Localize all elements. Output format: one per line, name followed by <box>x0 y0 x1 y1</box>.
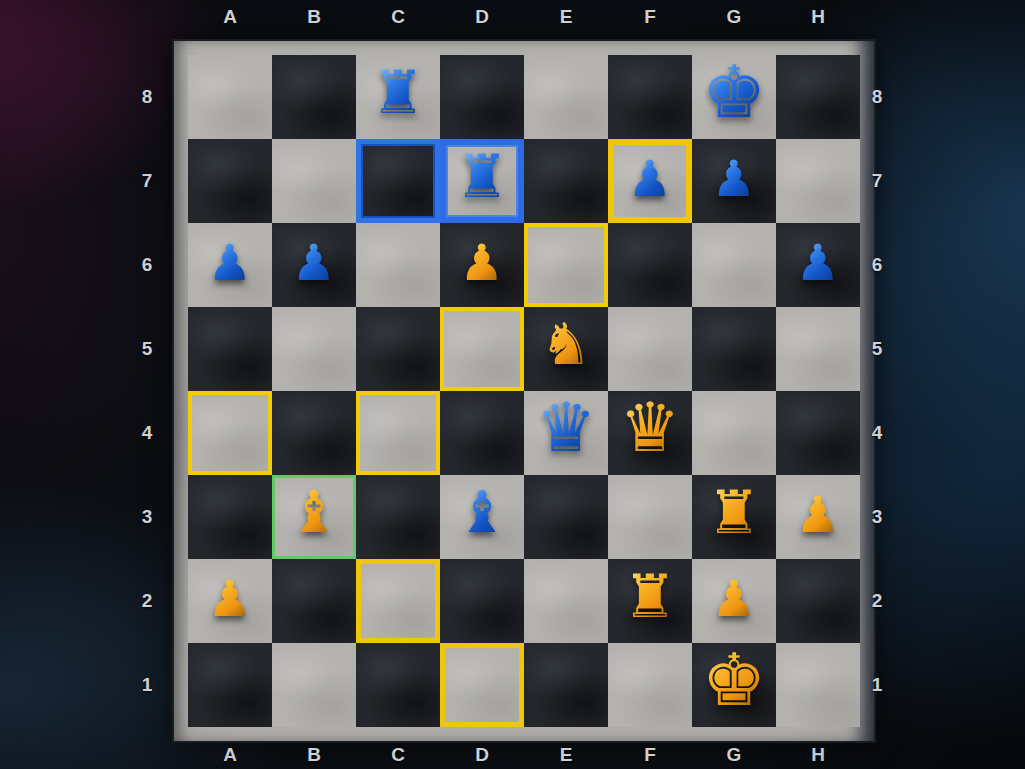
square-a2[interactable]: ♟ <box>188 559 272 643</box>
square-h6[interactable]: ♟ <box>776 223 860 307</box>
piece-blue-pawn[interactable]: ♟ <box>292 238 337 288</box>
square-h8[interactable] <box>776 55 860 139</box>
square-d7[interactable]: ♜ <box>440 139 524 223</box>
square-c5[interactable] <box>356 307 440 391</box>
piece-gold-pawn[interactable]: ♟ <box>796 490 841 540</box>
square-a6[interactable]: ♟ <box>188 223 272 307</box>
square-c1[interactable] <box>356 643 440 727</box>
square-f6[interactable] <box>608 223 692 307</box>
square-f3[interactable] <box>608 475 692 559</box>
file-label-h: H <box>776 2 860 32</box>
square-f1[interactable] <box>608 643 692 727</box>
square-a4[interactable] <box>188 391 272 475</box>
square-e6[interactable] <box>524 223 608 307</box>
rank-label-5: 5 <box>132 307 162 391</box>
file-label-e: E <box>524 742 608 768</box>
square-g7[interactable]: ♟ <box>692 139 776 223</box>
rank-label-7: 7 <box>132 139 162 223</box>
square-c7[interactable] <box>356 139 440 223</box>
square-e5[interactable]: ♞ <box>524 307 608 391</box>
square-f4[interactable]: ♛ <box>608 391 692 475</box>
piece-gold-king[interactable]: ♚ <box>702 644 767 716</box>
file-label-g: G <box>692 742 776 768</box>
square-g3[interactable]: ♜ <box>692 475 776 559</box>
piece-blue-rook[interactable]: ♜ <box>455 146 509 206</box>
square-c8[interactable]: ♜ <box>356 55 440 139</box>
square-e7[interactable] <box>524 139 608 223</box>
file-label-g: G <box>692 2 776 32</box>
square-b7[interactable] <box>272 139 356 223</box>
square-b3[interactable]: ♝ <box>272 475 356 559</box>
file-label-b: B <box>272 2 356 32</box>
square-g6[interactable] <box>692 223 776 307</box>
piece-gold-pawn[interactable]: ♟ <box>712 574 757 624</box>
chess-board-frame: ♜♚♜♟♟♟♟♟♟♞♛♛♝♝♜♟♟♜♟♚ <box>174 41 874 741</box>
square-e4[interactable]: ♛ <box>524 391 608 475</box>
piece-blue-bishop[interactable]: ♝ <box>456 483 508 541</box>
square-g4[interactable] <box>692 391 776 475</box>
square-d2[interactable] <box>440 559 524 643</box>
file-label-d: D <box>440 742 524 768</box>
square-g5[interactable] <box>692 307 776 391</box>
square-g1[interactable]: ♚ <box>692 643 776 727</box>
rank-label-1: 1 <box>132 643 162 727</box>
square-h5[interactable] <box>776 307 860 391</box>
square-e1[interactable] <box>524 643 608 727</box>
file-label-c: C <box>356 2 440 32</box>
piece-gold-bishop[interactable]: ♝ <box>288 483 340 541</box>
square-c4[interactable] <box>356 391 440 475</box>
file-label-f: F <box>608 2 692 32</box>
piece-gold-queen[interactable]: ♛ <box>620 394 681 462</box>
rank-label-6: 6 <box>132 223 162 307</box>
file-label-a: A <box>188 742 272 768</box>
file-label-a: A <box>188 2 272 32</box>
square-h2[interactable] <box>776 559 860 643</box>
file-labels-top: ABCDEFGH <box>188 2 860 32</box>
square-b4[interactable] <box>272 391 356 475</box>
piece-gold-pawn[interactable]: ♟ <box>208 574 253 624</box>
square-a7[interactable] <box>188 139 272 223</box>
square-h3[interactable]: ♟ <box>776 475 860 559</box>
file-label-h: H <box>776 742 860 768</box>
square-f7[interactable]: ♟ <box>608 139 692 223</box>
square-c3[interactable] <box>356 475 440 559</box>
piece-gold-knight[interactable]: ♞ <box>540 315 592 373</box>
square-h1[interactable] <box>776 643 860 727</box>
square-d8[interactable] <box>440 55 524 139</box>
square-a8[interactable] <box>188 55 272 139</box>
rank-label-3: 3 <box>132 475 162 559</box>
file-label-e: E <box>524 2 608 32</box>
piece-blue-rook[interactable]: ♜ <box>371 62 425 122</box>
file-label-f: F <box>608 742 692 768</box>
rank-label-4: 4 <box>132 391 162 475</box>
chess-board: ♜♚♜♟♟♟♟♟♟♞♛♛♝♝♜♟♟♜♟♚ <box>188 55 860 727</box>
piece-blue-pawn[interactable]: ♟ <box>208 238 253 288</box>
square-d4[interactable] <box>440 391 524 475</box>
square-a1[interactable] <box>188 643 272 727</box>
square-c2[interactable] <box>356 559 440 643</box>
piece-blue-pawn[interactable]: ♟ <box>796 238 841 288</box>
square-b8[interactable] <box>272 55 356 139</box>
square-f2[interactable]: ♜ <box>608 559 692 643</box>
square-h4[interactable] <box>776 391 860 475</box>
rank-label-2: 2 <box>132 559 162 643</box>
piece-blue-pawn[interactable]: ♟ <box>712 154 757 204</box>
square-c6[interactable] <box>356 223 440 307</box>
rank-labels-left: 87654321 <box>132 55 162 727</box>
square-d5[interactable] <box>440 307 524 391</box>
file-labels-bottom: ABCDEFGH <box>188 742 860 768</box>
square-b5[interactable] <box>272 307 356 391</box>
square-e2[interactable] <box>524 559 608 643</box>
square-b6[interactable]: ♟ <box>272 223 356 307</box>
square-b1[interactable] <box>272 643 356 727</box>
square-e3[interactable] <box>524 475 608 559</box>
square-h7[interactable] <box>776 139 860 223</box>
square-e8[interactable] <box>524 55 608 139</box>
square-f8[interactable] <box>608 55 692 139</box>
square-d6[interactable]: ♟ <box>440 223 524 307</box>
file-label-b: B <box>272 742 356 768</box>
file-label-c: C <box>356 742 440 768</box>
piece-blue-king[interactable]: ♚ <box>702 56 767 128</box>
square-g8[interactable]: ♚ <box>692 55 776 139</box>
square-d3[interactable]: ♝ <box>440 475 524 559</box>
file-label-d: D <box>440 2 524 32</box>
piece-gold-rook[interactable]: ♜ <box>623 566 677 626</box>
rank-label-8: 8 <box>132 55 162 139</box>
square-a5[interactable] <box>188 307 272 391</box>
piece-gold-pawn[interactable]: ♟ <box>460 238 505 288</box>
square-b2[interactable] <box>272 559 356 643</box>
square-a3[interactable] <box>188 475 272 559</box>
piece-gold-rook[interactable]: ♜ <box>707 482 761 542</box>
square-f5[interactable] <box>608 307 692 391</box>
square-g2[interactable]: ♟ <box>692 559 776 643</box>
piece-blue-queen[interactable]: ♛ <box>536 394 597 462</box>
piece-blue-pawn[interactable]: ♟ <box>628 154 673 204</box>
square-d1[interactable] <box>440 643 524 727</box>
